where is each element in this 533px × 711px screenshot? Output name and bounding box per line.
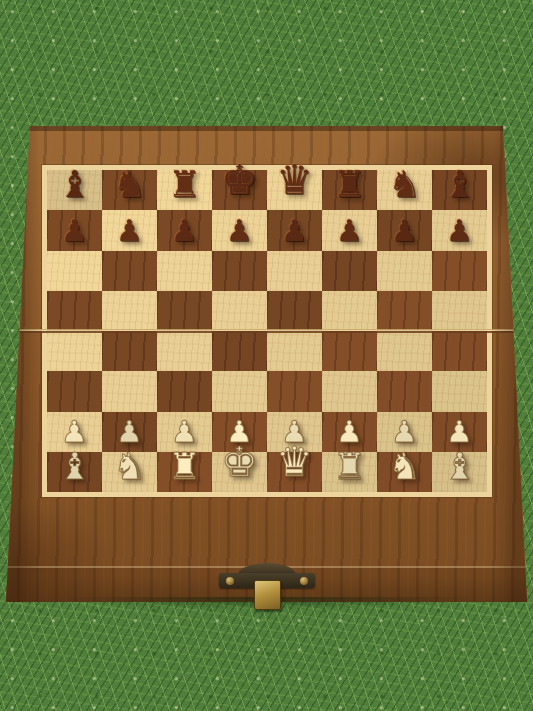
square-h3[interactable] (432, 371, 487, 411)
square-e1[interactable]: ♛ (267, 452, 322, 492)
square-a1[interactable]: ♝ (47, 452, 102, 492)
square-g5[interactable] (377, 291, 432, 331)
square-c5[interactable] (157, 291, 212, 331)
square-h5[interactable] (432, 291, 487, 331)
black-queen-e8[interactable]: ♛ (276, 160, 313, 201)
square-g7[interactable]: ♟ (377, 210, 432, 250)
square-e5[interactable] (267, 291, 322, 331)
white-pawn-f2[interactable]: ♟ (336, 417, 363, 447)
square-e3[interactable] (267, 371, 322, 411)
black-pawn-b7[interactable]: ♟ (116, 216, 143, 246)
square-a4[interactable] (47, 331, 102, 371)
square-a8[interactable]: ♝ (47, 170, 102, 210)
board-hinge-seam (6, 329, 527, 333)
black-pawn-a7[interactable]: ♟ (61, 216, 88, 246)
square-a5[interactable] (47, 291, 102, 331)
black-bishop-a8[interactable]: ♝ (58, 166, 91, 203)
square-c8[interactable]: ♜ (157, 170, 212, 210)
white-knight-g1[interactable]: ♞ (388, 448, 421, 485)
square-b1[interactable]: ♞ (102, 452, 157, 492)
square-a6[interactable] (47, 251, 102, 291)
square-b7[interactable]: ♟ (102, 210, 157, 250)
black-knight-g8[interactable]: ♞ (388, 166, 421, 203)
square-h8[interactable]: ♝ (432, 170, 487, 210)
square-e7[interactable]: ♟ (267, 210, 322, 250)
square-f3[interactable] (322, 371, 377, 411)
black-pawn-d7[interactable]: ♟ (226, 216, 253, 246)
square-h6[interactable] (432, 251, 487, 291)
clasp-hook (254, 580, 281, 610)
square-f5[interactable] (322, 291, 377, 331)
white-pawn-b2[interactable]: ♟ (116, 417, 143, 447)
white-bishop-a1[interactable]: ♝ (58, 448, 91, 485)
white-pawn-a2[interactable]: ♟ (61, 417, 88, 447)
white-pawn-g2[interactable]: ♟ (391, 417, 418, 447)
square-e6[interactable] (267, 251, 322, 291)
square-c6[interactable] (157, 251, 212, 291)
square-f4[interactable] (322, 331, 377, 371)
square-d3[interactable] (212, 371, 267, 411)
square-g8[interactable]: ♞ (377, 170, 432, 210)
square-b3[interactable] (102, 371, 157, 411)
scene-grass-background: ♝♞♜♚♛♜♞♝♟♟♟♟♟♟♟♟♟♟♟♟♟♟♟♟♝♞♜♚♛♜♞♝ (0, 0, 533, 711)
square-g6[interactable] (377, 251, 432, 291)
square-c3[interactable] (157, 371, 212, 411)
square-c4[interactable] (157, 331, 212, 371)
black-pawn-c7[interactable]: ♟ (171, 216, 198, 246)
square-b8[interactable]: ♞ (102, 170, 157, 210)
square-g3[interactable] (377, 371, 432, 411)
square-g1[interactable]: ♞ (377, 452, 432, 492)
square-h1[interactable]: ♝ (432, 452, 487, 492)
square-g4[interactable] (377, 331, 432, 371)
chess-box: ♝♞♜♚♛♜♞♝♟♟♟♟♟♟♟♟♟♟♟♟♟♟♟♟♝♞♜♚♛♜♞♝ (6, 126, 527, 602)
white-rook-f1[interactable]: ♜ (333, 448, 366, 485)
square-f8[interactable]: ♜ (322, 170, 377, 210)
white-bishop-h1[interactable]: ♝ (443, 448, 476, 485)
square-f1[interactable]: ♜ (322, 452, 377, 492)
square-c1[interactable]: ♜ (157, 452, 212, 492)
clasp-screw-icon (300, 577, 308, 585)
black-pawn-e7[interactable]: ♟ (281, 216, 308, 246)
black-rook-c8[interactable]: ♜ (168, 166, 201, 203)
square-d8[interactable]: ♚ (212, 170, 267, 210)
white-queen-e1[interactable]: ♛ (276, 442, 313, 483)
white-pawn-c2[interactable]: ♟ (171, 417, 198, 447)
square-d7[interactable]: ♟ (212, 210, 267, 250)
black-bishop-h8[interactable]: ♝ (443, 166, 476, 203)
square-b5[interactable] (102, 291, 157, 331)
white-knight-b1[interactable]: ♞ (113, 448, 146, 485)
black-pawn-h7[interactable]: ♟ (446, 216, 473, 246)
square-a3[interactable] (47, 371, 102, 411)
square-d5[interactable] (212, 291, 267, 331)
white-king-d1[interactable]: ♚ (221, 442, 258, 483)
square-d6[interactable] (212, 251, 267, 291)
square-h7[interactable]: ♟ (432, 210, 487, 250)
square-c7[interactable]: ♟ (157, 210, 212, 250)
black-pawn-g7[interactable]: ♟ (391, 216, 418, 246)
square-d4[interactable] (212, 331, 267, 371)
square-b4[interactable] (102, 331, 157, 371)
square-e8[interactable]: ♛ (267, 170, 322, 210)
square-b6[interactable] (102, 251, 157, 291)
square-f6[interactable] (322, 251, 377, 291)
square-e4[interactable] (267, 331, 322, 371)
white-pawn-h2[interactable]: ♟ (446, 417, 473, 447)
square-a7[interactable]: ♟ (47, 210, 102, 250)
white-rook-c1[interactable]: ♜ (168, 448, 201, 485)
black-pawn-f7[interactable]: ♟ (336, 216, 363, 246)
clasp-screw-icon (226, 577, 234, 585)
black-rook-f8[interactable]: ♜ (333, 166, 366, 203)
square-h4[interactable] (432, 331, 487, 371)
clasp-latch (219, 563, 315, 609)
square-d1[interactable]: ♚ (212, 452, 267, 492)
square-f7[interactable]: ♟ (322, 210, 377, 250)
black-king-d8[interactable]: ♚ (221, 160, 258, 201)
black-knight-b8[interactable]: ♞ (113, 166, 146, 203)
